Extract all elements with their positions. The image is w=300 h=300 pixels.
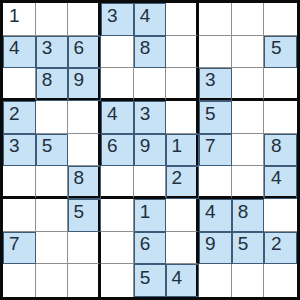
cell-digit: 3 xyxy=(9,136,20,155)
cell-r7c1[interactable] xyxy=(3,199,36,232)
cell-r9c5[interactable]: 5 xyxy=(134,264,167,297)
cell-digit: 5 xyxy=(140,268,151,287)
cell-r7c8[interactable]: 8 xyxy=(232,199,265,232)
cell-r8c3[interactable] xyxy=(68,232,101,265)
cell-digit: 9 xyxy=(140,136,151,155)
cell-r7c2[interactable] xyxy=(36,199,69,232)
cell-r1c8[interactable] xyxy=(232,3,265,36)
cell-r8c8[interactable]: 5 xyxy=(232,232,265,265)
sudoku-board: 134436858932435356917882451487695254 xyxy=(0,0,300,300)
cell-digit: 2 xyxy=(9,104,20,123)
cell-digit: 4 xyxy=(107,104,118,123)
cell-r3c5[interactable] xyxy=(134,68,167,101)
cell-digit: 4 xyxy=(205,202,216,221)
cell-r6c9[interactable]: 4 xyxy=(264,166,297,199)
cell-r7c4[interactable] xyxy=(101,199,134,232)
cell-r8c4[interactable] xyxy=(101,232,134,265)
cell-digit: 5 xyxy=(42,136,53,155)
cell-r5c6[interactable]: 1 xyxy=(166,134,199,167)
cell-r7c7[interactable]: 4 xyxy=(199,199,232,232)
cell-digit: 8 xyxy=(238,202,249,221)
cell-r9c9[interactable] xyxy=(264,264,297,297)
cell-r7c9[interactable] xyxy=(264,199,297,232)
cell-r9c8[interactable] xyxy=(232,264,265,297)
cell-digit: 2 xyxy=(271,234,282,253)
cell-digit: 5 xyxy=(238,234,249,253)
cell-r2c6[interactable] xyxy=(166,36,199,69)
cell-r4c6[interactable] xyxy=(166,101,199,134)
cell-digit: 5 xyxy=(73,202,84,221)
cell-r1c6[interactable] xyxy=(166,3,199,36)
cell-r3c3[interactable]: 9 xyxy=(68,68,101,101)
cell-r5c1[interactable]: 3 xyxy=(3,134,36,167)
cell-digit: 6 xyxy=(107,136,118,155)
cell-r7c5[interactable]: 1 xyxy=(134,199,167,232)
cell-digit: 7 xyxy=(9,234,20,253)
cell-r9c6[interactable]: 4 xyxy=(166,264,199,297)
cell-r5c3[interactable] xyxy=(68,134,101,167)
cell-r4c7[interactable]: 5 xyxy=(199,101,232,134)
cell-r6c8[interactable] xyxy=(232,166,265,199)
cell-digit: 3 xyxy=(205,70,216,89)
cell-r2c2[interactable]: 3 xyxy=(36,36,69,69)
cell-digit: 3 xyxy=(140,104,151,123)
cell-r6c3[interactable]: 8 xyxy=(68,166,101,199)
cell-r9c4[interactable] xyxy=(101,264,134,297)
cell-r4c8[interactable] xyxy=(232,101,265,134)
cell-digit: 1 xyxy=(9,6,20,25)
cell-r2c8[interactable] xyxy=(232,36,265,69)
cell-digit: 4 xyxy=(271,168,282,187)
cell-digit: 8 xyxy=(73,168,84,187)
cell-r9c7[interactable] xyxy=(199,264,232,297)
cell-r3c6[interactable] xyxy=(166,68,199,101)
cell-r4c4[interactable]: 4 xyxy=(101,101,134,134)
cell-r5c4[interactable]: 6 xyxy=(101,134,134,167)
cell-digit: 8 xyxy=(140,38,151,57)
cell-r2c3[interactable]: 6 xyxy=(68,36,101,69)
cell-r8c6[interactable] xyxy=(166,232,199,265)
cell-digit: 4 xyxy=(9,38,20,57)
cell-digit: 7 xyxy=(205,136,216,155)
cell-r3c7[interactable]: 3 xyxy=(199,68,232,101)
cell-r3c1[interactable] xyxy=(3,68,36,101)
cell-r2c4[interactable] xyxy=(101,36,134,69)
cell-digit: 3 xyxy=(107,6,118,25)
cell-digit: 3 xyxy=(42,38,53,57)
cell-r4c5[interactable]: 3 xyxy=(134,101,167,134)
cell-r3c4[interactable] xyxy=(101,68,134,101)
cell-digit: 8 xyxy=(271,136,282,155)
cell-r4c3[interactable] xyxy=(68,101,101,134)
cell-r8c9[interactable]: 2 xyxy=(264,232,297,265)
cell-r9c3[interactable] xyxy=(68,264,101,297)
cell-digit: 9 xyxy=(205,234,216,253)
cell-r5c7[interactable]: 7 xyxy=(199,134,232,167)
cell-digit: 1 xyxy=(140,202,151,221)
cell-digit: 5 xyxy=(205,104,216,123)
cell-r3c9[interactable] xyxy=(264,68,297,101)
cell-digit: 6 xyxy=(140,234,151,253)
cell-r2c5[interactable]: 8 xyxy=(134,36,167,69)
cell-digit: 4 xyxy=(171,268,182,287)
cell-r2c9[interactable]: 5 xyxy=(264,36,297,69)
cell-r6c7[interactable] xyxy=(199,166,232,199)
cell-digit: 1 xyxy=(171,136,182,155)
cell-r5c9[interactable]: 8 xyxy=(264,134,297,167)
cell-r5c5[interactable]: 9 xyxy=(134,134,167,167)
cell-r4c9[interactable] xyxy=(264,101,297,134)
cell-r6c4[interactable] xyxy=(101,166,134,199)
cell-r1c3[interactable] xyxy=(68,3,101,36)
cell-digit: 8 xyxy=(42,70,53,89)
cell-r6c1[interactable] xyxy=(3,166,36,199)
cell-r1c7[interactable] xyxy=(199,3,232,36)
cell-r1c2[interactable] xyxy=(36,3,69,36)
cell-r7c3[interactable]: 5 xyxy=(68,199,101,232)
cell-r4c1[interactable]: 2 xyxy=(3,101,36,134)
cell-r5c8[interactable] xyxy=(232,134,265,167)
cell-r1c1[interactable]: 1 xyxy=(3,3,36,36)
cell-r1c9[interactable] xyxy=(264,3,297,36)
cell-r3c2[interactable]: 8 xyxy=(36,68,69,101)
cell-digit: 4 xyxy=(140,6,151,25)
cell-r8c1[interactable]: 7 xyxy=(3,232,36,265)
cell-r5c2[interactable]: 5 xyxy=(36,134,69,167)
cell-digit: 9 xyxy=(73,70,84,89)
cell-r7c6[interactable] xyxy=(166,199,199,232)
cell-r2c7[interactable] xyxy=(199,36,232,69)
cell-r4c2[interactable] xyxy=(36,101,69,134)
cell-r9c1[interactable] xyxy=(3,264,36,297)
cell-r9c2[interactable] xyxy=(36,264,69,297)
cell-r3c8[interactable] xyxy=(232,68,265,101)
cell-digit: 6 xyxy=(73,38,84,57)
cell-r8c7[interactable]: 9 xyxy=(199,232,232,265)
cell-r1c4[interactable]: 3 xyxy=(101,3,134,36)
cell-r2c1[interactable]: 4 xyxy=(3,36,36,69)
cell-r6c6[interactable]: 2 xyxy=(166,166,199,199)
cell-r1c5[interactable]: 4 xyxy=(134,3,167,36)
cell-r8c2[interactable] xyxy=(36,232,69,265)
cell-r8c5[interactable]: 6 xyxy=(134,232,167,265)
cell-r6c5[interactable] xyxy=(134,166,167,199)
cell-r6c2[interactable] xyxy=(36,166,69,199)
cell-digit: 5 xyxy=(271,38,282,57)
cell-digit: 2 xyxy=(171,168,182,187)
